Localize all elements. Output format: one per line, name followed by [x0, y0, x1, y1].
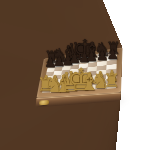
- chess-set-photo: ♜♞♝♛♚♝♞♜♟♟♟♟♟♟♟♟♟♟♟♟♟♟♟♟♜♞♝♛♚♝♞♜: [0, 0, 150, 150]
- piece-white-rook-h1[interactable]: ♜: [97, 72, 127, 91]
- piece-black-pawn-h7[interactable]: ♟: [98, 48, 128, 62]
- pieces-layer: ♜♞♝♛♚♝♞♜♟♟♟♟♟♟♟♟♟♟♟♟♟♟♟♟♜♞♝♛♚♝♞♜: [0, 0, 150, 150]
